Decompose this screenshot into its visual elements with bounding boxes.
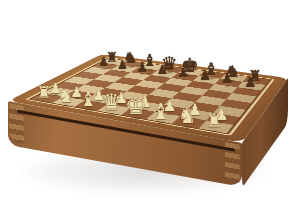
white-rook-glyph: ♜ xyxy=(37,83,52,102)
piece-black-pawn-g7: ♟ xyxy=(221,73,233,86)
black-pawn-glyph: ♟ xyxy=(244,74,256,90)
piece-white-knight-b1: ♞ xyxy=(57,87,74,106)
piece-black-pawn-h7: ♟ xyxy=(244,76,256,90)
piece-white-rook-h1: ♜ xyxy=(206,112,223,131)
piece-white-bishop-f1: ♝ xyxy=(151,101,170,123)
black-pawn-glyph: ♟ xyxy=(98,56,109,70)
black-pawn-glyph: ♟ xyxy=(137,60,148,75)
white-rook-glyph: ♜ xyxy=(206,110,223,131)
piece-black-pawn-e7: ♟ xyxy=(178,67,190,80)
white-bishop-glyph: ♝ xyxy=(151,99,170,124)
white-knight-glyph: ♞ xyxy=(57,85,74,107)
black-pawn-glyph: ♟ xyxy=(178,65,190,80)
pieces-layer: ♜♞♝♛♚♝♞♜♟♟♟♟♟♟♟♟♟♟♟♟♟♟♟♟♜♞♝♛♚♝♞♜ xyxy=(0,0,300,200)
black-pawn-glyph: ♟ xyxy=(221,72,233,87)
piece-white-king-e1: ♚ xyxy=(125,94,147,118)
black-pawn-glyph: ♟ xyxy=(199,69,211,84)
black-pawn-glyph: ♟ xyxy=(157,62,168,77)
black-pawn-glyph: ♟ xyxy=(117,58,128,72)
white-knight-glyph: ♞ xyxy=(178,104,197,128)
piece-black-pawn-d7: ♟ xyxy=(157,64,168,77)
white-king-glyph: ♚ xyxy=(125,91,147,120)
piece-black-pawn-c7: ♟ xyxy=(137,62,148,75)
piece-white-bishop-c1: ♝ xyxy=(79,89,97,109)
piece-white-rook-a1: ♜ xyxy=(37,85,52,102)
white-queen-glyph: ♛ xyxy=(101,89,122,115)
piece-white-queen-d1: ♛ xyxy=(101,91,122,114)
piece-black-pawn-a7: ♟ xyxy=(98,57,109,69)
chess-set-photo: ♜♞♝♛♚♝♞♜♟♟♟♟♟♟♟♟♟♟♟♟♟♟♟♟♜♞♝♛♚♝♞♜ xyxy=(0,0,300,200)
piece-black-pawn-b7: ♟ xyxy=(117,59,128,71)
piece-white-knight-g1: ♞ xyxy=(178,106,197,127)
white-bishop-glyph: ♝ xyxy=(79,87,97,111)
piece-black-pawn-f7: ♟ xyxy=(199,70,211,83)
